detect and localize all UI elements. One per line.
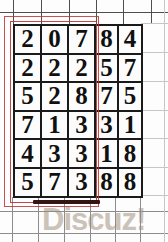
grid-cell-r4c2: 1 (42, 112, 69, 141)
paper-line-vertical (151, 0, 152, 24)
grid-cell-r6c3: 3 (69, 169, 96, 198)
paper-line-vertical (140, 197, 141, 242)
paper-line-right-margin (164, 0, 165, 242)
grid-cell-r4c3: 3 (69, 112, 96, 141)
grid-cell-r2c1: 2 (15, 55, 42, 84)
row-line-extension (141, 23, 168, 24)
grid-cell-r6c5: 8 (119, 169, 143, 198)
grid-cell-r5c5: 8 (119, 140, 143, 169)
grid-cell-r2c3: 2 (69, 55, 96, 84)
grid-cell-r3c1: 5 (15, 83, 42, 112)
paper-line-vertical (96, 0, 97, 24)
grid-cell-r3c5: 5 (119, 83, 143, 112)
paper-line-vertical (123, 0, 124, 24)
row-line-extension (141, 52, 168, 53)
highlight-outline-bottom-stroke (33, 200, 100, 204)
grid-cell-r1c4: 8 (96, 26, 119, 55)
grid-cell-r1c2: 0 (42, 26, 69, 55)
grid-cell-r1c5: 4 (119, 26, 143, 55)
grid-cell-r1c1: 2 (15, 26, 42, 55)
grid-cell-r3c3: 8 (69, 83, 96, 112)
row-line-extension (141, 110, 168, 111)
grid-cell-r4c1: 7 (15, 112, 42, 141)
grid-cell-r5c2: 3 (42, 140, 69, 169)
grid-cell-r5c3: 3 (69, 140, 96, 169)
paper-line-horizontal-bottom-1 (0, 211, 168, 212)
paper-line-horizontal-bottom-2 (0, 233, 168, 234)
grid-cell-r3c4: 7 (96, 83, 119, 112)
grid-cell-r5c4: 1 (96, 140, 119, 169)
grid-cell-r5c1: 4 (15, 140, 42, 169)
paper-line-vertical (12, 197, 13, 242)
grid-cell-r1c3: 7 (69, 26, 96, 55)
paper-line-horizontal-top (0, 12, 168, 13)
grid-cell-r2c5: 7 (119, 55, 143, 84)
paper-line-vertical (41, 0, 42, 24)
row-line-extension (141, 195, 168, 196)
paper-line-vertical (69, 0, 70, 24)
grid-cell-r4c5: 1 (119, 112, 143, 141)
row-line-extension (141, 81, 168, 82)
paper-line-vertical (115, 197, 116, 242)
grid-cell-r3c2: 2 (42, 83, 69, 112)
grid-cell-r2c4: 5 (96, 55, 119, 84)
grid-cell-r4c4: 3 (96, 112, 119, 141)
paper-line-vertical (13, 0, 14, 24)
worksheet-page: Discuz! 207842225752875713314331857388 (0, 0, 168, 242)
grid-cell-r2c2: 2 (42, 55, 69, 84)
grid-cell-r6c4: 8 (96, 169, 119, 198)
digit-grid: 207842225752875713314331857388 (13, 24, 143, 198)
row-line-extension (141, 167, 168, 168)
row-line-extension (141, 138, 168, 139)
grid-cell-r6c1: 5 (15, 169, 42, 198)
grid-cell-r6c2: 7 (42, 169, 69, 198)
